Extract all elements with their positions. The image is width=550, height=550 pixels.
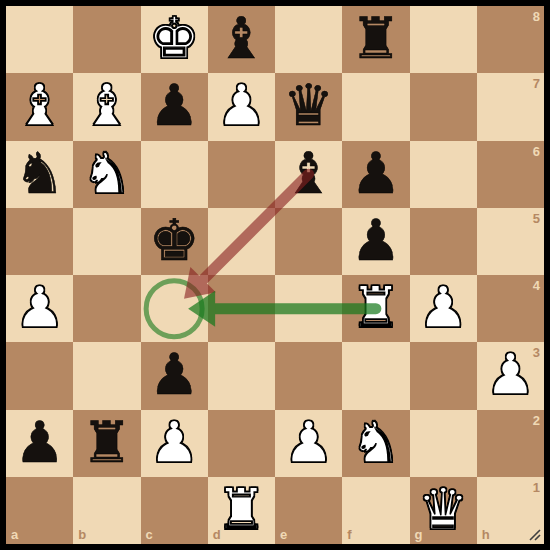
square-c2[interactable]: ♟: [141, 410, 208, 477]
white-pawn[interactable]: ♟: [283, 414, 334, 471]
white-rook[interactable]: ♜: [216, 481, 267, 538]
square-e6[interactable]: ♝: [275, 141, 342, 208]
white-knight[interactable]: ♞: [350, 414, 401, 471]
white-pawn[interactable]: ♟: [149, 414, 200, 471]
black-rook[interactable]: ♜: [81, 414, 132, 471]
square-f6[interactable]: ♟: [342, 141, 409, 208]
square-h5[interactable]: [477, 208, 544, 275]
square-a4[interactable]: ♟: [6, 275, 73, 342]
black-pawn[interactable]: ♟: [149, 346, 200, 403]
square-f4[interactable]: ♜: [342, 275, 409, 342]
square-b2[interactable]: ♜: [73, 410, 140, 477]
square-e3[interactable]: [275, 342, 342, 409]
square-d7[interactable]: ♟: [208, 73, 275, 140]
square-f7[interactable]: [342, 73, 409, 140]
black-king[interactable]: ♚: [149, 212, 200, 269]
square-h3[interactable]: ♟: [477, 342, 544, 409]
black-bishop[interactable]: ♝: [216, 10, 267, 67]
black-bishop[interactable]: ♝: [283, 145, 334, 202]
square-h7[interactable]: [477, 73, 544, 140]
square-d3[interactable]: [208, 342, 275, 409]
black-knight[interactable]: ♞: [14, 145, 65, 202]
square-b4[interactable]: [73, 275, 140, 342]
black-pawn[interactable]: ♟: [14, 414, 65, 471]
white-bishop[interactable]: ♝: [14, 77, 65, 134]
white-pawn[interactable]: ♟: [216, 77, 267, 134]
white-pawn[interactable]: ♟: [418, 279, 469, 336]
square-a2[interactable]: ♟: [6, 410, 73, 477]
square-b3[interactable]: [73, 342, 140, 409]
square-a8[interactable]: [6, 6, 73, 73]
square-c6[interactable]: [141, 141, 208, 208]
square-b8[interactable]: [73, 6, 140, 73]
square-h4[interactable]: [477, 275, 544, 342]
square-a3[interactable]: [6, 342, 73, 409]
square-g6[interactable]: [410, 141, 477, 208]
black-pawn[interactable]: ♟: [350, 145, 401, 202]
square-b1[interactable]: [73, 477, 140, 544]
square-e8[interactable]: [275, 6, 342, 73]
square-g4[interactable]: ♟: [410, 275, 477, 342]
white-pawn[interactable]: ♟: [14, 279, 65, 336]
square-d4[interactable]: [208, 275, 275, 342]
square-d1[interactable]: ♜: [208, 477, 275, 544]
chess-analysis-screenshot: { "game": "chess", "position": { "fen": …: [0, 0, 550, 550]
black-queen[interactable]: ♛: [283, 77, 334, 134]
square-c4[interactable]: [141, 275, 208, 342]
square-d8[interactable]: ♝: [208, 6, 275, 73]
square-b6[interactable]: ♞: [73, 141, 140, 208]
square-b7[interactable]: ♝: [73, 73, 140, 140]
square-f5[interactable]: ♟: [342, 208, 409, 275]
square-a6[interactable]: ♞: [6, 141, 73, 208]
square-g5[interactable]: [410, 208, 477, 275]
square-c1[interactable]: [141, 477, 208, 544]
square-h6[interactable]: [477, 141, 544, 208]
square-g7[interactable]: [410, 73, 477, 140]
square-e1[interactable]: [275, 477, 342, 544]
board-resize-handle: [530, 530, 540, 540]
white-king[interactable]: ♚: [149, 10, 200, 67]
square-f1[interactable]: [342, 477, 409, 544]
square-g2[interactable]: [410, 410, 477, 477]
square-f8[interactable]: ♜: [342, 6, 409, 73]
black-pawn[interactable]: ♟: [350, 212, 401, 269]
white-rook[interactable]: ♜: [350, 279, 401, 336]
square-c8[interactable]: ♚: [141, 6, 208, 73]
square-g8[interactable]: [410, 6, 477, 73]
resize-handle-icon[interactable]: [529, 529, 541, 541]
square-g1[interactable]: ♛: [410, 477, 477, 544]
square-h8[interactable]: [477, 6, 544, 73]
square-c7[interactable]: ♟: [141, 73, 208, 140]
square-e2[interactable]: ♟: [275, 410, 342, 477]
square-e5[interactable]: [275, 208, 342, 275]
square-d2[interactable]: [208, 410, 275, 477]
square-d5[interactable]: [208, 208, 275, 275]
square-b5[interactable]: [73, 208, 140, 275]
square-a7[interactable]: ♝: [6, 73, 73, 140]
square-a1[interactable]: [6, 477, 73, 544]
square-e7[interactable]: ♛: [275, 73, 342, 140]
square-c3[interactable]: ♟: [141, 342, 208, 409]
square-f2[interactable]: ♞: [342, 410, 409, 477]
white-bishop[interactable]: ♝: [81, 77, 132, 134]
square-g3[interactable]: [410, 342, 477, 409]
white-pawn[interactable]: ♟: [485, 346, 536, 403]
square-a5[interactable]: [6, 208, 73, 275]
square-e4[interactable]: [275, 275, 342, 342]
white-queen[interactable]: ♛: [418, 481, 469, 538]
black-rook[interactable]: ♜: [350, 10, 401, 67]
black-pawn[interactable]: ♟: [149, 77, 200, 134]
square-h2[interactable]: [477, 410, 544, 477]
square-f3[interactable]: [342, 342, 409, 409]
square-d6[interactable]: [208, 141, 275, 208]
chess-board[interactable]: ♚♝♜♝♝♟♟♛♞♞♝♟♚♟♟♜♟♟♟♟♜♟♟♞♜♛abcdefgh876543…: [6, 6, 544, 544]
white-knight[interactable]: ♞: [81, 145, 132, 202]
square-c5[interactable]: ♚: [141, 208, 208, 275]
